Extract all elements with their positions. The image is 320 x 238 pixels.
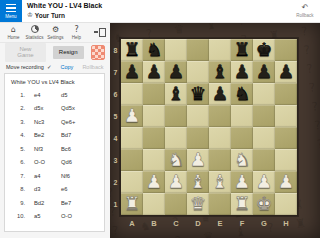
move-number: 10. <box>5 213 25 219</box>
file-label-d: D <box>187 215 209 231</box>
rollback-label: Rollback <box>296 13 313 18</box>
square-b1[interactable] <box>143 193 165 215</box>
move-number: 8. <box>5 186 25 192</box>
square-a4[interactable] <box>121 127 143 149</box>
square-e8[interactable] <box>209 39 231 61</box>
black-move: d5 <box>61 92 104 98</box>
square-f2[interactable]: ♟ <box>231 171 253 193</box>
white-move: Bd2 <box>34 200 61 206</box>
piece-black-pawn[interactable]: ♟ <box>168 61 185 83</box>
piece-white-pawn[interactable]: ♟ <box>234 171 251 193</box>
square-a2[interactable] <box>121 171 143 193</box>
square-f8[interactable]: ♜ <box>231 39 253 61</box>
square-f7[interactable]: ♟ <box>231 61 253 83</box>
piece-black-pawn[interactable]: ♟ <box>256 61 273 83</box>
move-row: 7.a4Nf6 <box>5 169 104 183</box>
toolbar: ⌂ Home Statistics ⚙ Settings ? Help <box>0 22 110 43</box>
piece-white-pawn[interactable]: ♟ <box>278 171 295 193</box>
square-g8[interactable]: ♚ <box>253 39 275 61</box>
square-f4[interactable] <box>231 127 253 149</box>
move-row: 8.d3e6 <box>5 183 104 197</box>
toolbar-help[interactable]: ? Help <box>66 25 87 40</box>
rank-label-7: 7 <box>110 61 121 83</box>
square-h5[interactable] <box>275 105 297 127</box>
square-g5[interactable] <box>253 105 275 127</box>
square-c1[interactable] <box>165 193 187 215</box>
move-number: 9. <box>5 200 25 206</box>
square-h1[interactable] <box>275 193 297 215</box>
piece-white-king[interactable]: ♚ <box>256 193 273 215</box>
move-number: 4. <box>5 132 25 138</box>
move-list: 1.e4d52.d5xQd5x3.Nc3Qe6+4.Be2Bd75.Nf3Bc6… <box>5 88 104 223</box>
move-number: 5. <box>5 146 25 152</box>
square-c3[interactable]: ♞ <box>165 149 187 171</box>
settings-icon: ⚙ <box>52 25 59 34</box>
toolbar-home[interactable]: ⌂ Home <box>3 25 24 40</box>
turn-status: Your Turn <box>35 12 65 19</box>
square-d3[interactable]: ♟ <box>187 149 209 171</box>
move-recording-row: Move recording ✓ Copy Rollback <box>0 61 110 72</box>
square-e5[interactable] <box>209 105 231 127</box>
piece-black-pawn[interactable]: ♟ <box>234 61 251 83</box>
move-number: 2. <box>5 105 25 111</box>
white-king-icon: ♔ <box>27 12 33 19</box>
rollback-link[interactable]: Rollback <box>82 64 103 70</box>
move-row: 6.O-OQd6 <box>5 156 104 170</box>
square-c8[interactable] <box>165 39 187 61</box>
move-row: 5.Nf3Bc6 <box>5 142 104 156</box>
square-a6[interactable] <box>121 83 143 105</box>
file-label-c: C <box>165 215 187 231</box>
square-e7[interactable]: ♝ <box>209 61 231 83</box>
move-row: 2.d5xQd5x <box>5 102 104 116</box>
move-row: 9.Bd2Be7 <box>5 196 104 210</box>
move-number: 3. <box>5 119 25 125</box>
white-move: e4 <box>34 92 61 98</box>
square-b2[interactable]: ♟ <box>143 171 165 193</box>
square-f3[interactable]: ♞ <box>231 149 253 171</box>
piece-black-pawn[interactable]: ♟ <box>146 61 163 83</box>
black-move: O-O <box>61 213 104 219</box>
chess-board[interactable]: ♜♞♜♚♟♟♟♝♟♟♟♝♛♟♞♟♞♟♞♟♟♝♝♟♟♟♜♛♜♚ <box>121 39 297 215</box>
square-d5[interactable] <box>187 105 209 127</box>
file-label-f: F <box>231 215 253 231</box>
file-label-b: B <box>143 215 165 231</box>
square-g4[interactable] <box>253 127 275 149</box>
square-h7[interactable]: ♟ <box>275 61 297 83</box>
rank-label-8: 8 <box>110 39 121 61</box>
piece-white-pawn[interactable]: ♟ <box>190 149 207 171</box>
white-move: O-O <box>34 159 61 165</box>
square-c5[interactable] <box>165 105 187 127</box>
square-c7[interactable]: ♟ <box>165 61 187 83</box>
resign-button[interactable]: Resign <box>53 46 84 59</box>
square-h8[interactable] <box>275 39 297 61</box>
square-a7[interactable]: ♟ <box>121 61 143 83</box>
menu-button[interactable]: Menu <box>0 0 22 22</box>
menu-label: Menu <box>5 14 16 19</box>
square-d4[interactable] <box>187 127 209 149</box>
square-h6[interactable] <box>275 83 297 105</box>
square-b6[interactable] <box>143 83 165 105</box>
piece-white-rook[interactable]: ♜ <box>124 193 141 215</box>
piece-black-bishop[interactable]: ♝ <box>212 61 229 83</box>
toolbar-statistics[interactable]: Statistics <box>24 25 45 40</box>
board-grid-icon[interactable] <box>91 45 105 60</box>
move-list-panel[interactable]: White YOU vs LV4 Black 1.e4d52.d5xQd5x3.… <box>4 73 105 232</box>
chess-app-window: Menu White YOU - LV4 Black ♔ Your Turn ↶… <box>0 0 320 238</box>
new-game-button[interactable]: New Game <box>5 43 46 62</box>
piece-black-queen[interactable]: ♛ <box>190 83 207 105</box>
square-e6[interactable]: ♟ <box>209 83 231 105</box>
title-bar: Menu White YOU - LV4 Black ♔ Your Turn ↶… <box>0 0 320 23</box>
piece-black-knight[interactable]: ♞ <box>234 83 251 105</box>
square-d8[interactable] <box>187 39 209 61</box>
board-frame: ? ♞ ? ♛ ♝ ? ♜ ? ? ♞ ? ♛ ♝ ? ♜ ? ? ♞ ? ♛ … <box>110 22 320 238</box>
toolbar-settings[interactable]: ⚙ Settings <box>45 25 66 40</box>
piece-white-pawn[interactable]: ♟ <box>124 105 141 127</box>
move-row: 4.Be2Bd7 <box>5 129 104 143</box>
checkmark-icon: ✓ <box>47 64 52 70</box>
square-b4[interactable] <box>143 127 165 149</box>
square-h3[interactable] <box>275 149 297 171</box>
rank-label-1: 1 <box>110 193 121 215</box>
piece-white-queen[interactable]: ♛ <box>190 193 207 215</box>
square-g7[interactable]: ♟ <box>253 61 275 83</box>
square-b7[interactable]: ♟ <box>143 61 165 83</box>
white-move: d5x <box>34 105 61 111</box>
square-f6[interactable]: ♞ <box>231 83 253 105</box>
square-f5[interactable] <box>231 105 253 127</box>
side-panel: ⌂ Home Statistics ⚙ Settings ? Help New … <box>0 22 110 238</box>
square-g2[interactable]: ♟ <box>253 171 275 193</box>
white-move: Nf3 <box>34 146 61 152</box>
black-move: Qe6+ <box>61 119 104 125</box>
square-d1[interactable]: ♛ <box>187 193 209 215</box>
move-recording-label: Move recording <box>6 64 44 70</box>
square-a5[interactable]: ♟ <box>121 105 143 127</box>
statistics-icon <box>31 25 39 34</box>
file-label-h: H <box>275 215 297 231</box>
piece-white-pawn[interactable]: ♟ <box>146 171 163 193</box>
black-move: Qd5x <box>61 105 104 111</box>
white-move: a4 <box>34 173 61 179</box>
piece-white-pawn[interactable]: ♟ <box>256 171 273 193</box>
square-a1[interactable]: ♜ <box>121 193 143 215</box>
white-move: d3 <box>34 186 61 192</box>
file-label-e: E <box>209 215 231 231</box>
black-move: Bc6 <box>61 146 104 152</box>
piece-white-bishop[interactable]: ♝ <box>190 171 207 193</box>
hamburger-icon <box>6 4 16 13</box>
piece-black-king[interactable]: ♚ <box>256 39 273 61</box>
square-g3[interactable] <box>253 149 275 171</box>
square-a8[interactable]: ♜ <box>121 39 143 61</box>
piece-white-pawn[interactable]: ♟ <box>168 171 185 193</box>
piece-white-bishop[interactable]: ♝ <box>212 171 229 193</box>
rank-label-4: 4 <box>110 127 121 149</box>
black-move: Bd7 <box>61 132 104 138</box>
square-d6[interactable]: ♛ <box>187 83 209 105</box>
square-c4[interactable] <box>165 127 187 149</box>
piece-black-bishop[interactable]: ♝ <box>168 83 185 105</box>
black-move: e6 <box>61 186 104 192</box>
move-number: 1. <box>5 92 25 98</box>
undo-icon: ↶ <box>302 4 309 12</box>
rank-label-3: 3 <box>110 149 121 171</box>
move-number: 7. <box>5 173 25 179</box>
file-label-g: G <box>253 215 275 231</box>
piece-black-pawn[interactable]: ♟ <box>278 61 295 83</box>
file-labels: ABCDEFGH <box>121 215 297 231</box>
collapse-panel-icon[interactable] <box>93 25 107 39</box>
file-label-a: A <box>121 215 143 231</box>
black-move: Nf6 <box>61 173 104 179</box>
action-row: New Game Resign <box>0 43 110 61</box>
copy-link[interactable]: Copy <box>61 64 74 70</box>
piece-black-pawn[interactable]: ♟ <box>124 61 141 83</box>
square-b8[interactable]: ♞ <box>143 39 165 61</box>
square-g1[interactable]: ♚ <box>253 193 275 215</box>
move-row: 1.e4d5 <box>5 88 104 102</box>
rank-labels: 87654321 <box>110 39 121 215</box>
square-h4[interactable] <box>275 127 297 149</box>
square-e4[interactable] <box>209 127 231 149</box>
move-number: 6. <box>5 159 25 165</box>
square-d2[interactable]: ♝ <box>187 171 209 193</box>
piece-black-knight[interactable]: ♞ <box>146 39 163 61</box>
square-e2[interactable]: ♝ <box>209 171 231 193</box>
rank-label-6: 6 <box>110 83 121 105</box>
piece-black-pawn[interactable]: ♟ <box>212 83 229 105</box>
square-f1[interactable]: ♜ <box>231 193 253 215</box>
turn-status-row: ♔ Your Turn <box>27 12 65 19</box>
white-move: a5 <box>34 213 61 219</box>
white-move: Nc3 <box>34 119 61 125</box>
help-icon: ? <box>74 25 78 34</box>
move-row: 3.Nc3Qe6+ <box>5 115 104 129</box>
rank-label-5: 5 <box>110 105 121 127</box>
game-title: White YOU - LV4 Black <box>27 2 102 9</box>
black-move: Qd6 <box>61 159 104 165</box>
home-icon: ⌂ <box>11 25 16 34</box>
white-move: Be2 <box>34 132 61 138</box>
square-c2[interactable]: ♟ <box>165 171 187 193</box>
piece-white-rook[interactable]: ♜ <box>234 193 251 215</box>
piece-black-rook[interactable]: ♜ <box>234 39 251 61</box>
square-b3[interactable] <box>143 149 165 171</box>
piece-black-rook[interactable]: ♜ <box>124 39 141 61</box>
rank-label-2: 2 <box>110 171 121 193</box>
square-d7[interactable] <box>187 61 209 83</box>
move-row: 10.a5O-O <box>5 210 104 224</box>
square-g6[interactable] <box>253 83 275 105</box>
rollback-button[interactable]: ↶ Rollback <box>291 1 319 21</box>
move-list-heading: White YOU vs LV4 Black <box>11 79 104 85</box>
square-e3[interactable] <box>209 149 231 171</box>
square-b5[interactable] <box>143 105 165 127</box>
square-a3[interactable] <box>121 149 143 171</box>
black-move: Be7 <box>61 200 104 206</box>
piece-white-knight[interactable]: ♞ <box>234 149 251 171</box>
square-c6[interactable]: ♝ <box>165 83 187 105</box>
piece-white-knight[interactable]: ♞ <box>168 149 185 171</box>
square-h2[interactable]: ♟ <box>275 171 297 193</box>
square-e1[interactable] <box>209 193 231 215</box>
